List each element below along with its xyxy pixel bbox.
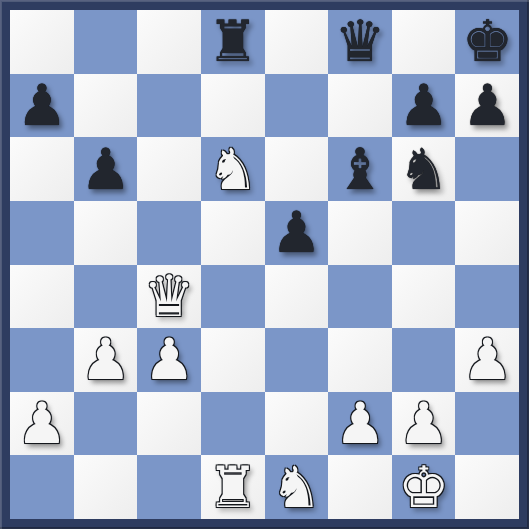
black-bishop-f6[interactable]: ♝ (334, 138, 385, 201)
square-b3[interactable]: ♟ (74, 328, 138, 392)
square-h2[interactable] (455, 392, 519, 456)
square-f1[interactable] (328, 455, 392, 519)
square-e3[interactable] (265, 328, 329, 392)
square-c1[interactable] (137, 455, 201, 519)
square-g7[interactable]: ♟ (392, 74, 456, 138)
square-d6[interactable]: ♞ (201, 137, 265, 201)
square-d4[interactable] (201, 265, 265, 329)
square-a1[interactable] (10, 455, 74, 519)
square-c5[interactable] (137, 201, 201, 265)
square-a8[interactable] (10, 10, 74, 74)
square-b7[interactable] (74, 74, 138, 138)
square-d5[interactable] (201, 201, 265, 265)
square-e5[interactable]: ♟ (265, 201, 329, 265)
square-f5[interactable] (328, 201, 392, 265)
square-b4[interactable] (74, 265, 138, 329)
square-a6[interactable] (10, 137, 74, 201)
white-knight-d6[interactable]: ♞ (207, 138, 258, 201)
square-c3[interactable]: ♟ (137, 328, 201, 392)
white-pawn-c3[interactable]: ♟ (144, 328, 195, 391)
white-pawn-h3[interactable]: ♟ (462, 328, 513, 391)
square-h1[interactable] (455, 455, 519, 519)
square-b2[interactable] (74, 392, 138, 456)
square-e2[interactable] (265, 392, 329, 456)
square-b6[interactable]: ♟ (74, 137, 138, 201)
square-d7[interactable] (201, 74, 265, 138)
white-pawn-f2[interactable]: ♟ (334, 392, 385, 455)
white-pawn-b3[interactable]: ♟ (80, 328, 131, 391)
black-pawn-a7[interactable]: ♟ (16, 74, 67, 137)
square-h7[interactable]: ♟ (455, 74, 519, 138)
square-d3[interactable] (201, 328, 265, 392)
white-pawn-g2[interactable]: ♟ (398, 392, 449, 455)
square-f7[interactable] (328, 74, 392, 138)
square-f6[interactable]: ♝ (328, 137, 392, 201)
square-g2[interactable]: ♟ (392, 392, 456, 456)
square-e7[interactable] (265, 74, 329, 138)
square-d8[interactable]: ♜ (201, 10, 265, 74)
black-pawn-g7[interactable]: ♟ (398, 74, 449, 137)
square-c7[interactable] (137, 74, 201, 138)
square-c6[interactable] (137, 137, 201, 201)
white-pawn-a2[interactable]: ♟ (16, 392, 67, 455)
square-f2[interactable]: ♟ (328, 392, 392, 456)
square-f3[interactable] (328, 328, 392, 392)
square-h5[interactable] (455, 201, 519, 265)
square-h4[interactable] (455, 265, 519, 329)
square-g5[interactable] (392, 201, 456, 265)
square-e4[interactable] (265, 265, 329, 329)
square-a2[interactable]: ♟ (10, 392, 74, 456)
square-a7[interactable]: ♟ (10, 74, 74, 138)
square-c2[interactable] (137, 392, 201, 456)
white-knight-e1[interactable]: ♞ (271, 456, 322, 519)
square-f4[interactable] (328, 265, 392, 329)
square-b8[interactable] (74, 10, 138, 74)
square-e6[interactable] (265, 137, 329, 201)
square-g6[interactable]: ♞ (392, 137, 456, 201)
square-c8[interactable] (137, 10, 201, 74)
square-a4[interactable] (10, 265, 74, 329)
square-h8[interactable]: ♚ (455, 10, 519, 74)
square-g1[interactable]: ♚ (392, 455, 456, 519)
square-f8[interactable]: ♛ (328, 10, 392, 74)
square-h3[interactable]: ♟ (455, 328, 519, 392)
square-g4[interactable] (392, 265, 456, 329)
square-e1[interactable]: ♞ (265, 455, 329, 519)
black-rook-d8[interactable]: ♜ (207, 10, 258, 73)
square-g8[interactable] (392, 10, 456, 74)
square-g3[interactable] (392, 328, 456, 392)
black-pawn-b6[interactable]: ♟ (80, 138, 131, 201)
white-queen-c4[interactable]: ♛ (144, 265, 195, 328)
square-c4[interactable]: ♛ (137, 265, 201, 329)
square-b5[interactable] (74, 201, 138, 265)
square-a5[interactable] (10, 201, 74, 265)
square-d1[interactable]: ♜ (201, 455, 265, 519)
square-b1[interactable] (74, 455, 138, 519)
square-a3[interactable] (10, 328, 74, 392)
black-queen-f8[interactable]: ♛ (334, 10, 385, 73)
white-king-g1[interactable]: ♚ (398, 456, 449, 519)
black-pawn-e5[interactable]: ♟ (271, 201, 322, 264)
square-h6[interactable] (455, 137, 519, 201)
square-e8[interactable] (265, 10, 329, 74)
black-knight-g6[interactable]: ♞ (398, 138, 449, 201)
white-rook-d1[interactable]: ♜ (207, 456, 258, 519)
black-king-h8[interactable]: ♚ (462, 10, 513, 73)
square-d2[interactable] (201, 392, 265, 456)
chess-board: ♜♛♚♟♟♟♟♞♝♞♟♛♟♟♟♟♟♟♜♞♚ (10, 10, 519, 519)
black-pawn-h7[interactable]: ♟ (462, 74, 513, 137)
chess-board-frame: ♜♛♚♟♟♟♟♞♝♞♟♛♟♟♟♟♟♟♜♞♚ (0, 0, 529, 529)
